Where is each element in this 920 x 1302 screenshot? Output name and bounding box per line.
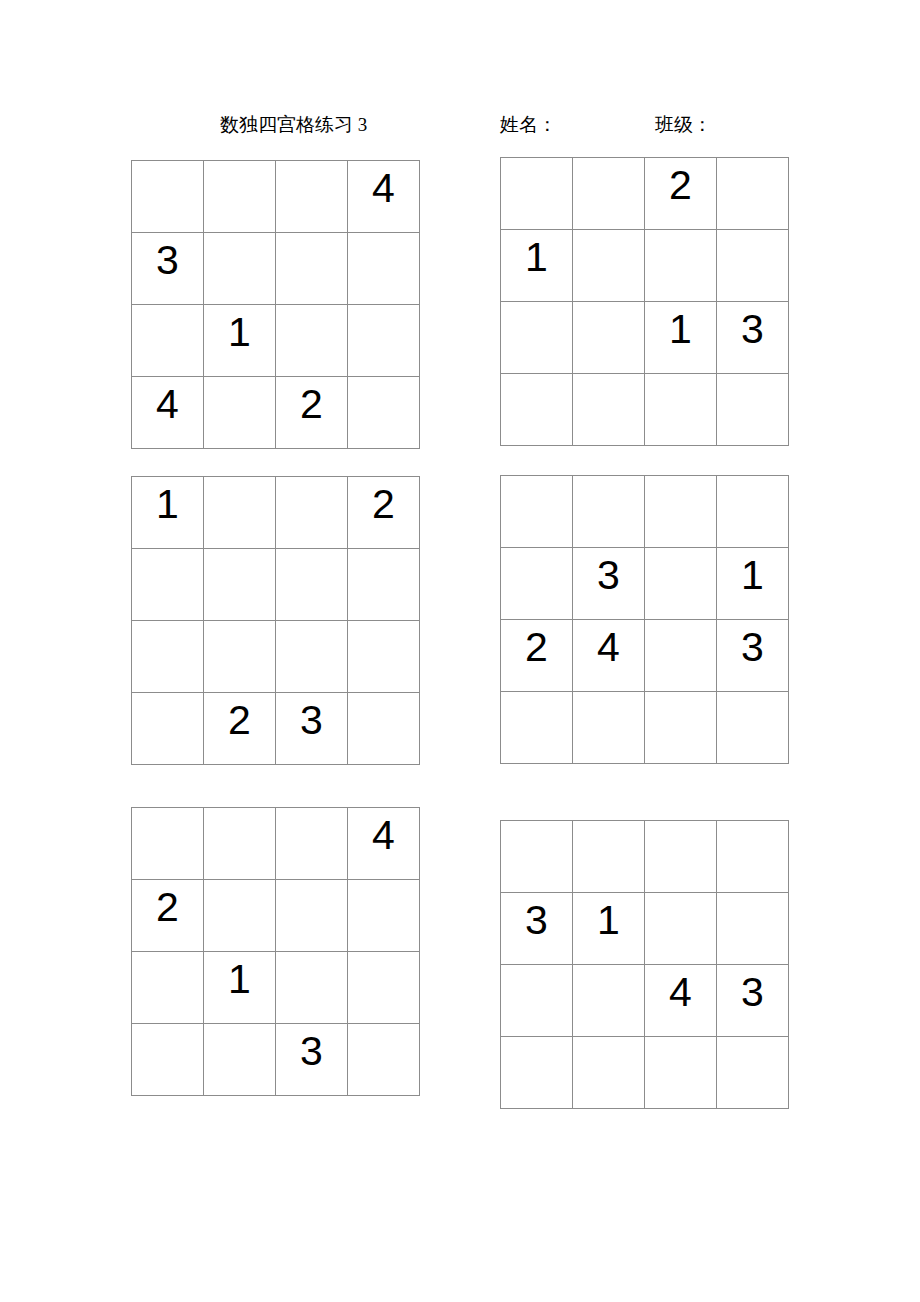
sudoku-cell-r1c3: [276, 808, 348, 880]
sudoku-grid-4: 31243: [500, 475, 789, 764]
sudoku-cell-r4c2: [204, 377, 276, 449]
sudoku-cell-r4c2: [573, 1037, 645, 1109]
sudoku-cell-r2c2: [204, 549, 276, 621]
sudoku-cell-r1c4: [717, 158, 789, 230]
sudoku-cell-r1c2: [573, 158, 645, 230]
sudoku-cell-r3c1: [501, 302, 573, 374]
sudoku-cell-r2c4: [348, 880, 420, 952]
sudoku-cell-r2c4: 1: [717, 548, 789, 620]
sudoku-cell-r3c2: [573, 302, 645, 374]
sudoku-cell-r3c3: 1: [645, 302, 717, 374]
sudoku-cell-r1c4: 4: [348, 808, 420, 880]
sudoku-cell-r4c3: 3: [276, 693, 348, 765]
sudoku-cell-r4c3: 3: [276, 1024, 348, 1096]
sudoku-cell-r4c3: 2: [276, 377, 348, 449]
sudoku-cell-r3c3: [276, 305, 348, 377]
sudoku-cell-r4c4: [717, 374, 789, 446]
sudoku-cell-r1c1: [501, 476, 573, 548]
sudoku-cell-r1c4: 2: [348, 477, 420, 549]
sudoku-cell-r4c1: [501, 692, 573, 764]
sudoku-cell-r2c2: [573, 230, 645, 302]
sudoku-cell-r1c2: [573, 476, 645, 548]
sudoku-cell-r3c2: 1: [204, 305, 276, 377]
sudoku-cell-r3c1: [501, 965, 573, 1037]
sudoku-cell-r4c2: [204, 1024, 276, 1096]
sudoku-cell-r4c1: [132, 1024, 204, 1096]
sudoku-cell-r3c4: [348, 621, 420, 693]
sudoku-cell-r4c2: [573, 692, 645, 764]
sudoku-cell-r2c1: 3: [501, 893, 573, 965]
sudoku-cell-r2c2: [204, 233, 276, 305]
sudoku-cell-r4c1: [501, 374, 573, 446]
sudoku-cell-r1c4: [717, 821, 789, 893]
worksheet-page: 数独四宫格练习 3 姓名： 班级： 43142 2113 1223 31243 …: [0, 0, 920, 1302]
sudoku-cell-r2c3: [645, 893, 717, 965]
name-label: 姓名：: [500, 114, 557, 136]
sudoku-cell-r1c2: [204, 161, 276, 233]
sudoku-cell-r1c3: 2: [645, 158, 717, 230]
sudoku-cell-r2c2: [204, 880, 276, 952]
sudoku-cell-r3c1: 2: [501, 620, 573, 692]
sudoku-cell-r1c1: [132, 808, 204, 880]
sudoku-cell-r3c4: 3: [717, 302, 789, 374]
sudoku-grid-2: 2113: [500, 157, 789, 446]
sudoku-cell-r4c2: [573, 374, 645, 446]
sudoku-cell-r1c2: [573, 821, 645, 893]
sudoku-cell-r2c1: 2: [132, 880, 204, 952]
sudoku-cell-r2c3: [276, 880, 348, 952]
sudoku-cell-r2c1: 1: [501, 230, 573, 302]
sudoku-cell-r3c2: [204, 621, 276, 693]
sudoku-cell-r4c4: [717, 692, 789, 764]
sudoku-cell-r3c1: [132, 952, 204, 1024]
sudoku-cell-r1c1: [501, 821, 573, 893]
sudoku-cell-r4c1: [501, 1037, 573, 1109]
sudoku-cell-r1c3: [645, 476, 717, 548]
page-title: 数独四宫格练习 3: [220, 114, 367, 136]
sudoku-cell-r4c1: [132, 693, 204, 765]
sudoku-cell-r2c2: 1: [573, 893, 645, 965]
sudoku-cell-r3c1: [132, 621, 204, 693]
sudoku-cell-r4c3: [645, 374, 717, 446]
sudoku-cell-r3c3: [645, 620, 717, 692]
sudoku-cell-r3c3: 4: [645, 965, 717, 1037]
sudoku-cell-r2c4: [717, 230, 789, 302]
sudoku-cell-r1c2: [204, 808, 276, 880]
sudoku-cell-r2c3: [645, 230, 717, 302]
sudoku-cell-r4c3: [645, 1037, 717, 1109]
sudoku-cell-r3c4: 3: [717, 965, 789, 1037]
sudoku-cell-r1c3: [276, 161, 348, 233]
sudoku-cell-r3c2: 1: [204, 952, 276, 1024]
sudoku-cell-r3c3: [276, 952, 348, 1024]
sudoku-cell-r4c1: 4: [132, 377, 204, 449]
sudoku-cell-r3c2: [573, 965, 645, 1037]
sudoku-cell-r4c4: [348, 377, 420, 449]
sudoku-cell-r4c2: 2: [204, 693, 276, 765]
sudoku-cell-r1c3: [276, 477, 348, 549]
sudoku-cell-r2c2: 3: [573, 548, 645, 620]
sudoku-cell-r2c1: [132, 549, 204, 621]
sudoku-cell-r3c2: 4: [573, 620, 645, 692]
sudoku-cell-r3c4: [348, 952, 420, 1024]
sudoku-cell-r1c2: [204, 477, 276, 549]
sudoku-cell-r2c4: [717, 893, 789, 965]
sudoku-cell-r2c3: [276, 233, 348, 305]
sudoku-grid-3: 1223: [131, 476, 420, 765]
sudoku-cell-r4c3: [645, 692, 717, 764]
sudoku-grid-6: 3143: [500, 820, 789, 1109]
sudoku-cell-r2c1: [501, 548, 573, 620]
sudoku-cell-r2c1: 3: [132, 233, 204, 305]
sudoku-cell-r3c4: 3: [717, 620, 789, 692]
sudoku-cell-r2c4: [348, 549, 420, 621]
sudoku-cell-r1c4: [717, 476, 789, 548]
sudoku-cell-r1c4: 4: [348, 161, 420, 233]
sudoku-grid-5: 4213: [131, 807, 420, 1096]
sudoku-cell-r3c1: [132, 305, 204, 377]
sudoku-cell-r2c4: [348, 233, 420, 305]
sudoku-cell-r1c1: [501, 158, 573, 230]
sudoku-cell-r4c4: [348, 693, 420, 765]
sudoku-cell-r4c4: [717, 1037, 789, 1109]
sudoku-cell-r3c3: [276, 621, 348, 693]
sudoku-cell-r2c3: [645, 548, 717, 620]
sudoku-cell-r1c1: 1: [132, 477, 204, 549]
sudoku-cell-r1c1: [132, 161, 204, 233]
sudoku-cell-r2c3: [276, 549, 348, 621]
sudoku-cell-r4c4: [348, 1024, 420, 1096]
sudoku-cell-r1c3: [645, 821, 717, 893]
class-label: 班级：: [655, 114, 712, 136]
sudoku-grid-1: 43142: [131, 160, 420, 449]
sudoku-cell-r3c4: [348, 305, 420, 377]
